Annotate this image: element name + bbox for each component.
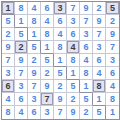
- sudoku-cell-r6c9[interactable]: 6: [106, 67, 119, 80]
- sudoku-cell-r1c5[interactable]: 3: [54, 2, 67, 15]
- sudoku-cell-r1c9[interactable]: 5: [106, 2, 119, 15]
- sudoku-cell-r9c7[interactable]: 2: [80, 106, 93, 119]
- sudoku-cell-r1c4[interactable]: 6: [41, 2, 54, 15]
- sudoku-cell-r2c4[interactable]: 4: [41, 15, 54, 28]
- sudoku-cell-r3c5[interactable]: 4: [54, 28, 67, 41]
- sudoku-cell-r5c1[interactable]: 7: [2, 54, 15, 67]
- sudoku-cell-r9c9[interactable]: 1: [106, 106, 119, 119]
- sudoku-cell-r3c1[interactable]: 2: [2, 28, 15, 41]
- sudoku-cell-r4c9[interactable]: 7: [106, 41, 119, 54]
- sudoku-cell-r8c7[interactable]: 5: [80, 93, 93, 106]
- sudoku-board: 1846379255184637922518463799251846377925…: [1, 1, 120, 120]
- sudoku-cell-r3c2[interactable]: 5: [15, 28, 28, 41]
- sudoku-cell-r7c5[interactable]: 2: [54, 80, 67, 93]
- sudoku-cell-r5c8[interactable]: 6: [93, 54, 106, 67]
- sudoku-cell-r8c5[interactable]: 9: [54, 93, 67, 106]
- sudoku-cell-r6c2[interactable]: 7: [15, 67, 28, 80]
- sudoku-cell-r5c9[interactable]: 3: [106, 54, 119, 67]
- sudoku-cell-r5c5[interactable]: 1: [54, 54, 67, 67]
- sudoku-cell-r3c4[interactable]: 8: [41, 28, 54, 41]
- sudoku-cell-r3c3[interactable]: 1: [28, 28, 41, 41]
- sudoku-cell-r8c3[interactable]: 3: [28, 93, 41, 106]
- sudoku-cell-r6c8[interactable]: 4: [93, 67, 106, 80]
- sudoku-cell-r7c6[interactable]: 5: [67, 80, 80, 93]
- sudoku-cell-r1c1[interactable]: 1: [2, 2, 15, 15]
- sudoku-cell-r4c4[interactable]: 1: [41, 41, 54, 54]
- sudoku-cell-r7c3[interactable]: 7: [28, 80, 41, 93]
- sudoku-cell-r8c1[interactable]: 4: [2, 93, 15, 106]
- sudoku-cell-r4c5[interactable]: 8: [54, 41, 67, 54]
- sudoku-cell-r9c3[interactable]: 6: [28, 106, 41, 119]
- sudoku-cell-r7c9[interactable]: 4: [106, 80, 119, 93]
- sudoku-cell-r7c8[interactable]: 8: [93, 80, 106, 93]
- sudoku-cell-r6c7[interactable]: 8: [80, 67, 93, 80]
- sudoku-cell-r2c3[interactable]: 8: [28, 15, 41, 28]
- sudoku-cell-r2c6[interactable]: 3: [67, 15, 80, 28]
- sudoku-cell-r8c2[interactable]: 6: [15, 93, 28, 106]
- sudoku-cell-r5c4[interactable]: 5: [41, 54, 54, 67]
- sudoku-cell-r7c7[interactable]: 1: [80, 80, 93, 93]
- sudoku-cell-r2c8[interactable]: 9: [93, 15, 106, 28]
- sudoku-cell-r4c2[interactable]: 2: [15, 41, 28, 54]
- sudoku-cell-r6c1[interactable]: 3: [2, 67, 15, 80]
- sudoku-cell-r3c8[interactable]: 7: [93, 28, 106, 41]
- sudoku-cell-r7c2[interactable]: 3: [15, 80, 28, 93]
- sudoku-cell-r8c6[interactable]: 2: [67, 93, 80, 106]
- sudoku-cell-r9c1[interactable]: 8: [2, 106, 15, 119]
- sudoku-cell-r1c6[interactable]: 7: [67, 2, 80, 15]
- sudoku-cell-r9c4[interactable]: 3: [41, 106, 54, 119]
- sudoku-cell-r7c4[interactable]: 9: [41, 80, 54, 93]
- sudoku-cell-r6c6[interactable]: 1: [67, 67, 80, 80]
- sudoku-cell-r9c6[interactable]: 9: [67, 106, 80, 119]
- sudoku-cell-r2c1[interactable]: 5: [2, 15, 15, 28]
- sudoku-cell-r2c9[interactable]: 2: [106, 15, 119, 28]
- sudoku-cell-r4c7[interactable]: 6: [80, 41, 93, 54]
- sudoku-cell-r6c4[interactable]: 2: [41, 67, 54, 80]
- sudoku-cell-r1c8[interactable]: 2: [93, 2, 106, 15]
- sudoku-cell-r4c3[interactable]: 5: [28, 41, 41, 54]
- sudoku-cell-r3c6[interactable]: 6: [67, 28, 80, 41]
- sudoku-cell-r6c3[interactable]: 9: [28, 67, 41, 80]
- sudoku-cell-r9c5[interactable]: 7: [54, 106, 67, 119]
- sudoku-cell-r8c4[interactable]: 7: [41, 93, 54, 106]
- sudoku-cell-r3c7[interactable]: 3: [80, 28, 93, 41]
- sudoku-cell-r2c7[interactable]: 7: [80, 15, 93, 28]
- sudoku-cell-r5c3[interactable]: 2: [28, 54, 41, 67]
- sudoku-cell-r3c9[interactable]: 9: [106, 28, 119, 41]
- sudoku-cell-r2c2[interactable]: 1: [15, 15, 28, 28]
- sudoku-cell-r4c8[interactable]: 3: [93, 41, 106, 54]
- sudoku-cell-r7c1[interactable]: 6: [2, 80, 15, 93]
- sudoku-cell-r8c9[interactable]: 8: [106, 93, 119, 106]
- sudoku-cell-r2c5[interactable]: 6: [54, 15, 67, 28]
- sudoku-cell-r5c6[interactable]: 8: [67, 54, 80, 67]
- sudoku-cell-r8c8[interactable]: 1: [93, 93, 106, 106]
- sudoku-cell-r9c8[interactable]: 5: [93, 106, 106, 119]
- sudoku-cell-r1c3[interactable]: 4: [28, 2, 41, 15]
- sudoku-cell-r1c7[interactable]: 9: [80, 2, 93, 15]
- sudoku-cell-r1c2[interactable]: 8: [15, 2, 28, 15]
- sudoku-cell-r9c2[interactable]: 4: [15, 106, 28, 119]
- sudoku-cell-r4c6[interactable]: 4: [67, 41, 80, 54]
- sudoku-cell-r4c1[interactable]: 9: [2, 41, 15, 54]
- sudoku-cell-r5c2[interactable]: 9: [15, 54, 28, 67]
- sudoku-cell-r6c5[interactable]: 5: [54, 67, 67, 80]
- sudoku-cell-r5c7[interactable]: 4: [80, 54, 93, 67]
